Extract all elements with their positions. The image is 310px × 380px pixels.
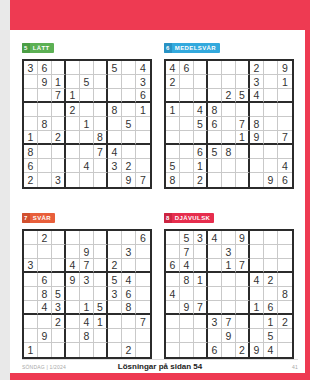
cell-r2c7[interactable] [250,245,264,259]
cell-r2c6[interactable] [236,75,250,89]
cell-r9c2[interactable] [38,343,52,357]
cell-r3c4[interactable] [208,259,222,273]
cell-r8c7: 3 [108,159,122,173]
cell-r7c6[interactable] [236,145,250,159]
cell-r1c3[interactable] [52,61,66,75]
difficulty-badge: 8 DJÄVULSK [164,213,214,223]
cell-r6c5[interactable] [80,131,94,145]
cell-r9c8: 9 [264,173,278,187]
cell-r3c1: 6 [166,259,180,273]
cell-r7c3[interactable] [194,315,208,329]
cell-r5c8: 6 [122,287,136,301]
difficulty-label: MEDELSVÅR [172,43,220,53]
cell-r6c8[interactable] [264,131,278,145]
cell-r4c8[interactable] [264,103,278,117]
cell-r1c1: 4 [166,61,180,75]
cell-r5c4[interactable] [66,287,80,301]
cell-r5c5[interactable] [222,117,236,131]
cell-r8c4[interactable] [66,159,80,173]
cell-r5c1[interactable] [24,117,38,131]
cell-r2c8[interactable] [264,245,278,259]
cell-r6c4[interactable] [66,301,80,315]
cell-r6c5[interactable] [222,301,236,315]
cell-r1c9: 6 [136,231,150,245]
cell-r8c1[interactable] [24,329,38,343]
cell-r6c8: 8 [122,301,136,315]
cell-r1c5[interactable] [222,231,236,245]
cell-r5c4[interactable] [66,117,80,131]
cell-r4c5: 3 [80,273,94,287]
cell-r9c2[interactable] [180,343,194,357]
difficulty-label: DJÄVULSK [172,213,215,223]
cell-r5c6[interactable] [94,117,108,131]
cell-r4c4: 2 [66,103,80,117]
cell-r6c1[interactable] [166,131,180,145]
cell-r6c6: 5 [94,301,108,315]
cell-r9c4[interactable] [66,173,80,187]
cell-r7c3[interactable] [52,145,66,159]
cell-r6c7[interactable] [108,131,122,145]
cell-r5c5[interactable] [222,287,236,301]
cell-r9c6: 2 [236,343,250,357]
cell-r4c1[interactable] [24,103,38,117]
page-footer: SÖNDAG | 1/2024 Lösningar på sidan 54 41 [22,359,298,371]
cell-r3c5: 2 [222,89,236,103]
cell-r8c3[interactable] [194,329,208,343]
puzzle-medium: 6 MEDELSVÅR 4629231254148567819765851482… [164,36,296,189]
cell-r8c6[interactable] [236,329,250,343]
cell-r6c1: 1 [24,131,38,145]
cell-r2c5: 5 [80,75,94,89]
cell-r4c1: 1 [166,103,180,117]
cell-r8c4[interactable] [66,329,80,343]
cell-r8c9[interactable] [136,329,150,343]
cell-r7c5: 7 [222,315,236,329]
cell-r2c2[interactable] [38,245,52,259]
right-red-bar [305,0,310,380]
cell-r4c6[interactable] [236,103,250,117]
cell-r5c7: 8 [250,117,264,131]
cell-r7c4: 5 [208,145,222,159]
cell-r3c8[interactable] [122,259,136,273]
cell-r1c6[interactable] [94,61,108,75]
cell-r2c9[interactable] [278,245,292,259]
cell-r7c6[interactable] [236,315,250,329]
cell-r4c9[interactable] [278,273,292,287]
cell-r2c7[interactable] [108,75,122,89]
cell-r9c1: 1 [24,343,38,357]
cell-r9c6[interactable] [94,343,108,357]
cell-r4c3[interactable] [52,273,66,287]
cell-r7c2[interactable] [180,315,194,329]
cell-r5c1[interactable] [24,287,38,301]
cell-r5c2[interactable] [180,117,194,131]
cell-r4c4: 8 [208,103,222,117]
cell-r1c1[interactable] [166,231,180,245]
cell-r8c1[interactable] [166,329,180,343]
cell-r5c8: 5 [122,117,136,131]
cell-r5c1: 4 [166,287,180,301]
cell-r5c2[interactable] [180,287,194,301]
footer-issue-info: SÖNDAG | 1/2024 [22,364,118,370]
sudoku-grid-devilish: 534973641781424897163712956294 [164,229,294,359]
cell-r2c9[interactable] [136,245,150,259]
cell-r3c6[interactable] [94,89,108,103]
cell-r4c1[interactable] [166,273,180,287]
cell-r4c8: 2 [264,273,278,287]
cell-r7c7[interactable] [250,315,264,329]
cell-r8c3[interactable] [52,159,66,173]
cell-r8c4[interactable] [208,329,222,343]
cell-r7c9[interactable] [136,145,150,159]
cell-r4c9: 1 [136,103,150,117]
cell-r3c3: 7 [52,89,66,103]
cell-r2c2: 7 [180,245,194,259]
cell-r4c3[interactable] [52,103,66,117]
puzzle-easy: 5 LÄTT 3654915371628181512887464322397 [22,36,154,189]
cell-r2c3[interactable] [52,245,66,259]
cell-r1c9: 9 [278,61,292,75]
cell-r9c7[interactable] [250,173,264,187]
cell-r7c3: 6 [194,145,208,159]
cell-r3c8[interactable] [264,89,278,103]
cell-r9c8: 4 [264,343,278,357]
cell-r9c6[interactable] [236,173,250,187]
cell-r2c4[interactable] [208,245,222,259]
cell-r1c2: 2 [38,231,52,245]
cell-r7c8[interactable] [264,145,278,159]
cell-r1c3[interactable] [194,61,208,75]
cell-r6c9[interactable] [136,301,150,315]
cell-r8c7[interactable] [250,329,264,343]
cell-r8c5: 4 [80,159,94,173]
puzzle-devilish: 8 DJÄVULSK 53497364178142489716371295629… [164,206,296,359]
cell-r5c7[interactable] [108,117,122,131]
cell-r8c9[interactable] [136,159,150,173]
cell-r9c9[interactable] [136,343,150,357]
cell-r8c2[interactable] [38,159,52,173]
cell-r9c1[interactable] [166,343,180,357]
cell-r7c6: 1 [94,315,108,329]
cell-r6c1[interactable] [166,301,180,315]
cell-r2c3[interactable] [194,75,208,89]
cell-r6c4[interactable] [208,301,222,315]
cell-r9c2[interactable] [38,173,52,187]
cell-r7c6: 7 [94,145,108,159]
cell-r8c7[interactable] [250,159,264,173]
cell-r3c6[interactable] [94,259,108,273]
cell-r1c5[interactable] [80,61,94,75]
cell-r3c9[interactable] [278,89,292,103]
cell-r1c5[interactable] [80,231,94,245]
cell-r7c5[interactable] [80,145,94,159]
cell-r3c4: 4 [66,259,80,273]
cell-r5c7: 3 [108,287,122,301]
cell-r7c2[interactable] [38,145,52,159]
cell-r8c6[interactable] [94,159,108,173]
cell-r1c7[interactable] [108,231,122,245]
cell-r3c3[interactable] [52,259,66,273]
cell-r6c3: 3 [52,301,66,315]
cell-r6c3[interactable] [194,131,208,145]
cell-r7c1[interactable] [166,315,180,329]
cell-r4c9[interactable] [136,273,150,287]
cell-r1c8[interactable] [122,61,136,75]
cell-r4c6[interactable] [94,103,108,117]
cell-r3c8[interactable] [122,89,136,103]
cell-r1c5[interactable] [222,61,236,75]
cell-r9c9[interactable] [278,343,292,357]
top-red-bar [10,0,310,30]
cell-r9c3: 2 [194,173,208,187]
cell-r3c4[interactable] [208,89,222,103]
cell-r2c8[interactable] [264,75,278,89]
cell-r6c9: 7 [278,131,292,145]
cell-r7c4[interactable] [66,145,80,159]
cell-r7c2[interactable] [180,145,194,159]
cell-r4c2: 8 [180,273,194,287]
cell-r2c4[interactable] [66,245,80,259]
cell-r4c2[interactable] [38,103,52,117]
cell-r8c5: 8 [80,329,94,343]
cell-r2c9: 3 [136,75,150,89]
cell-r5c1[interactable] [166,117,180,131]
cell-r2c4[interactable] [208,75,222,89]
cell-r2c6[interactable] [94,75,108,89]
cell-r7c8[interactable] [122,315,136,329]
puzzle-hard: 7 SVÅR 269334726935485364315824179812 [22,206,154,359]
cell-r3c1[interactable] [166,89,180,103]
cell-r1c3[interactable] [52,231,66,245]
cell-r9c1: 2 [24,173,38,187]
cell-r6c8[interactable] [122,131,136,145]
cell-r8c6[interactable] [94,329,108,343]
difficulty-badge: 7 SVÅR [22,213,55,223]
difficulty-badge: 5 LÄTT [22,43,54,53]
cell-r5c8[interactable] [264,287,278,301]
difficulty-number: 7 [22,213,30,223]
cell-r3c9[interactable] [136,259,150,273]
cell-r1c1: 3 [24,61,38,75]
cell-r8c9: 4 [278,159,292,173]
cell-r3c2[interactable] [38,259,52,273]
cell-r9c4[interactable] [208,173,222,187]
cell-r5c9[interactable] [278,117,292,131]
cell-r4c6[interactable] [236,273,250,287]
cell-r2c1[interactable] [166,245,180,259]
cell-r5c6[interactable] [236,287,250,301]
cell-r1c4[interactable] [208,61,222,75]
cell-r3c1[interactable] [24,89,38,103]
cell-r4c7: 8 [108,103,122,117]
cell-r1c4[interactable] [66,231,80,245]
cell-r5c4[interactable] [208,287,222,301]
cell-r2c5[interactable] [222,75,236,89]
cell-r4c5[interactable] [80,103,94,117]
cell-r2c8[interactable] [122,75,136,89]
cell-r4c6[interactable] [94,273,108,287]
cell-r6c5[interactable] [222,131,236,145]
cell-r9c6[interactable] [94,173,108,187]
cell-r3c7[interactable] [108,89,122,103]
cell-r5c9[interactable] [136,117,150,131]
cell-r1c7[interactable] [250,231,264,245]
cell-r5c3[interactable] [194,287,208,301]
cell-r1c7: 2 [250,61,264,75]
cell-r7c9: 7 [136,315,150,329]
cell-r5c8[interactable] [264,117,278,131]
cell-r6c7[interactable] [108,301,122,315]
cell-r8c3[interactable] [52,329,66,343]
cell-r1c6[interactable] [94,231,108,245]
cell-r6c9[interactable] [136,131,150,145]
cell-r9c8: 2 [122,343,136,357]
cell-r8c2[interactable] [180,329,194,343]
cell-r9c5[interactable] [222,343,236,357]
cell-r2c2[interactable] [180,75,194,89]
cell-r8c9[interactable] [278,329,292,343]
cell-r2c6[interactable] [236,245,250,259]
cell-r7c9: 2 [278,315,292,329]
cell-r8c8[interactable] [122,329,136,343]
cell-r9c3[interactable] [194,343,208,357]
cell-r9c7: 9 [250,343,264,357]
cell-r6c4[interactable] [66,131,80,145]
cell-r3c7[interactable] [250,259,264,273]
cell-r2c3[interactable] [194,245,208,259]
cell-r2c1[interactable] [24,75,38,89]
cell-r2c3: 1 [52,75,66,89]
cell-r1c9[interactable] [278,231,292,245]
cell-r6c8: 6 [264,301,278,315]
cell-r2c5: 3 [222,245,236,259]
cell-r3c6: 5 [236,89,250,103]
cell-r6c2[interactable] [180,131,194,145]
cell-r7c7[interactable] [250,145,264,159]
difficulty-label: SVÅR [30,213,55,223]
cell-r9c5[interactable] [80,173,94,187]
cell-r7c7: 4 [108,145,122,159]
cell-r9c7[interactable] [108,173,122,187]
cell-r3c7: 4 [250,89,264,103]
cell-r1c8[interactable] [264,61,278,75]
cell-r5c9[interactable] [136,287,150,301]
cell-r4c3: 1 [194,273,208,287]
cell-r7c3: 2 [52,315,66,329]
cell-r7c7[interactable] [108,315,122,329]
cell-r1c2: 5 [180,231,194,245]
cell-r9c2[interactable] [180,173,194,187]
cell-r1c1[interactable] [24,231,38,245]
cell-r6c2[interactable] [38,131,52,145]
cell-r1c6[interactable] [236,61,250,75]
cell-r5c3: 5 [52,287,66,301]
cell-r5c5: 1 [80,117,94,131]
cell-r5c7[interactable] [250,287,264,301]
cell-r3c3[interactable] [194,89,208,103]
cell-r2c7[interactable] [108,245,122,259]
cell-r9c5[interactable] [222,173,236,187]
cell-r8c5[interactable] [222,159,236,173]
cell-r4c1[interactable] [24,273,38,287]
cell-r4c5[interactable] [222,273,236,287]
cell-r6c3: 2 [52,131,66,145]
cell-r1c4[interactable] [66,61,80,75]
cell-r2c2: 9 [38,75,52,89]
cell-r1c8[interactable] [264,231,278,245]
cell-r3c3[interactable] [194,259,208,273]
cell-r1c2: 6 [38,61,52,75]
cell-r7c9[interactable] [278,145,292,159]
cell-r3c6: 7 [236,259,250,273]
difficulty-number: 6 [164,43,172,53]
cell-r7c8: 1 [264,315,278,329]
cell-r5c2: 8 [38,117,52,131]
cell-r2c6[interactable] [94,245,108,259]
cell-r8c1: 6 [24,159,38,173]
cell-r9c8: 9 [122,173,136,187]
cell-r3c2[interactable] [38,89,52,103]
cell-r9c3[interactable] [52,343,66,357]
cell-r5c3[interactable] [52,117,66,131]
cell-r7c1[interactable] [166,145,180,159]
cell-r4c7[interactable] [250,103,264,117]
cell-r9c9: 7 [136,173,150,187]
cell-r1c8[interactable] [122,231,136,245]
cell-r6c1[interactable] [24,301,38,315]
cell-r8c2[interactable] [180,159,194,173]
cell-r4c5[interactable] [222,103,236,117]
cell-r9c4[interactable] [66,343,80,357]
cell-r4c2[interactable] [180,103,194,117]
cell-r2c4[interactable] [66,75,80,89]
cell-r4c4[interactable] [208,273,222,287]
cell-r3c5: 1 [222,259,236,273]
cell-r2c7: 3 [250,75,264,89]
cell-r5c6[interactable] [94,287,108,301]
cell-r7c2[interactable] [38,315,52,329]
cell-r2c1[interactable] [24,245,38,259]
cell-r9c5[interactable] [80,343,94,357]
cell-r4c9[interactable] [278,103,292,117]
cell-r8c6[interactable] [236,159,250,173]
cell-r6c6[interactable] [236,301,250,315]
cell-r2c8: 3 [122,245,136,259]
cell-r3c9[interactable] [278,259,292,273]
cell-r7c4[interactable] [66,315,80,329]
cell-r7c8[interactable] [122,145,136,159]
cell-r8c4[interactable] [208,159,222,173]
solutions-reference: Lösningar på sidan 54 [118,362,202,371]
cell-r5c3: 5 [194,117,208,131]
cell-r5c5[interactable] [80,287,94,301]
cell-r1c6: 9 [236,231,250,245]
cell-r3c8[interactable] [264,259,278,273]
cell-r8c7[interactable] [108,329,122,343]
cell-r8c8[interactable] [264,159,278,173]
cell-r5c4: 6 [208,117,222,131]
cell-r3c5[interactable] [80,89,94,103]
cell-r6c4[interactable] [208,131,222,145]
cell-r4c7: 4 [250,273,264,287]
cell-r9c7[interactable] [108,343,122,357]
cell-r3c2[interactable] [180,89,194,103]
cell-r4c8[interactable] [122,103,136,117]
cell-r7c1[interactable] [24,315,38,329]
cell-r6c9[interactable] [278,301,292,315]
cell-r6c3: 7 [194,301,208,315]
cell-r1c4: 4 [208,231,222,245]
